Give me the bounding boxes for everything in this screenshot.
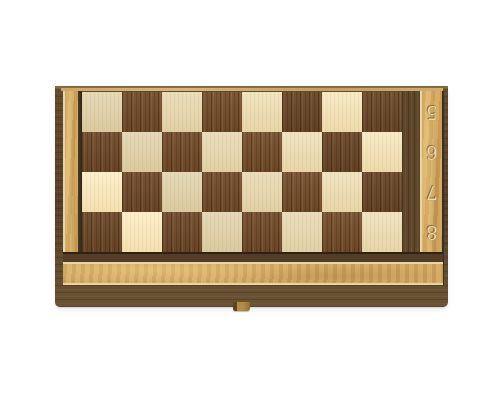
board-square bbox=[322, 132, 362, 172]
board-square bbox=[162, 92, 202, 132]
board-square bbox=[82, 172, 122, 212]
board-square bbox=[362, 132, 402, 172]
board-square bbox=[122, 212, 162, 252]
board-square bbox=[322, 172, 362, 212]
chessboard-grid bbox=[82, 92, 402, 252]
board-square bbox=[242, 172, 282, 212]
brass-latch-icon bbox=[233, 302, 250, 311]
box-top-edge bbox=[61, 88, 443, 91]
background: 5678 bbox=[0, 0, 500, 400]
board-square bbox=[122, 172, 162, 212]
board-square bbox=[162, 132, 202, 172]
board-square bbox=[322, 92, 362, 132]
rank-label: 8 bbox=[422, 212, 442, 252]
board-square bbox=[122, 132, 162, 172]
board-square bbox=[202, 172, 242, 212]
board-square bbox=[242, 212, 282, 252]
board-square bbox=[282, 172, 322, 212]
maple-frame-bottom bbox=[63, 264, 443, 283]
board-square bbox=[162, 172, 202, 212]
pinstripe-bottom-outer bbox=[63, 283, 443, 285]
board-square bbox=[162, 212, 202, 252]
board-square bbox=[242, 92, 282, 132]
board-square bbox=[242, 132, 282, 172]
board-square bbox=[282, 212, 322, 252]
board-square bbox=[282, 132, 322, 172]
inner-border-bottom bbox=[63, 252, 443, 262]
board-square bbox=[82, 132, 122, 172]
board-square bbox=[82, 212, 122, 252]
rank-label: 5 bbox=[422, 92, 442, 132]
board-square bbox=[362, 92, 402, 132]
rank-label: 6 bbox=[422, 132, 442, 172]
board-square bbox=[122, 92, 162, 132]
chess-box: 5678 bbox=[55, 86, 448, 307]
board-square bbox=[82, 92, 122, 132]
board-square bbox=[362, 172, 402, 212]
rank-label: 7 bbox=[422, 172, 442, 212]
board-square bbox=[282, 92, 322, 132]
board-square bbox=[202, 212, 242, 252]
board-square bbox=[202, 92, 242, 132]
board-square bbox=[322, 212, 362, 252]
board-square bbox=[202, 132, 242, 172]
board-square bbox=[362, 212, 402, 252]
